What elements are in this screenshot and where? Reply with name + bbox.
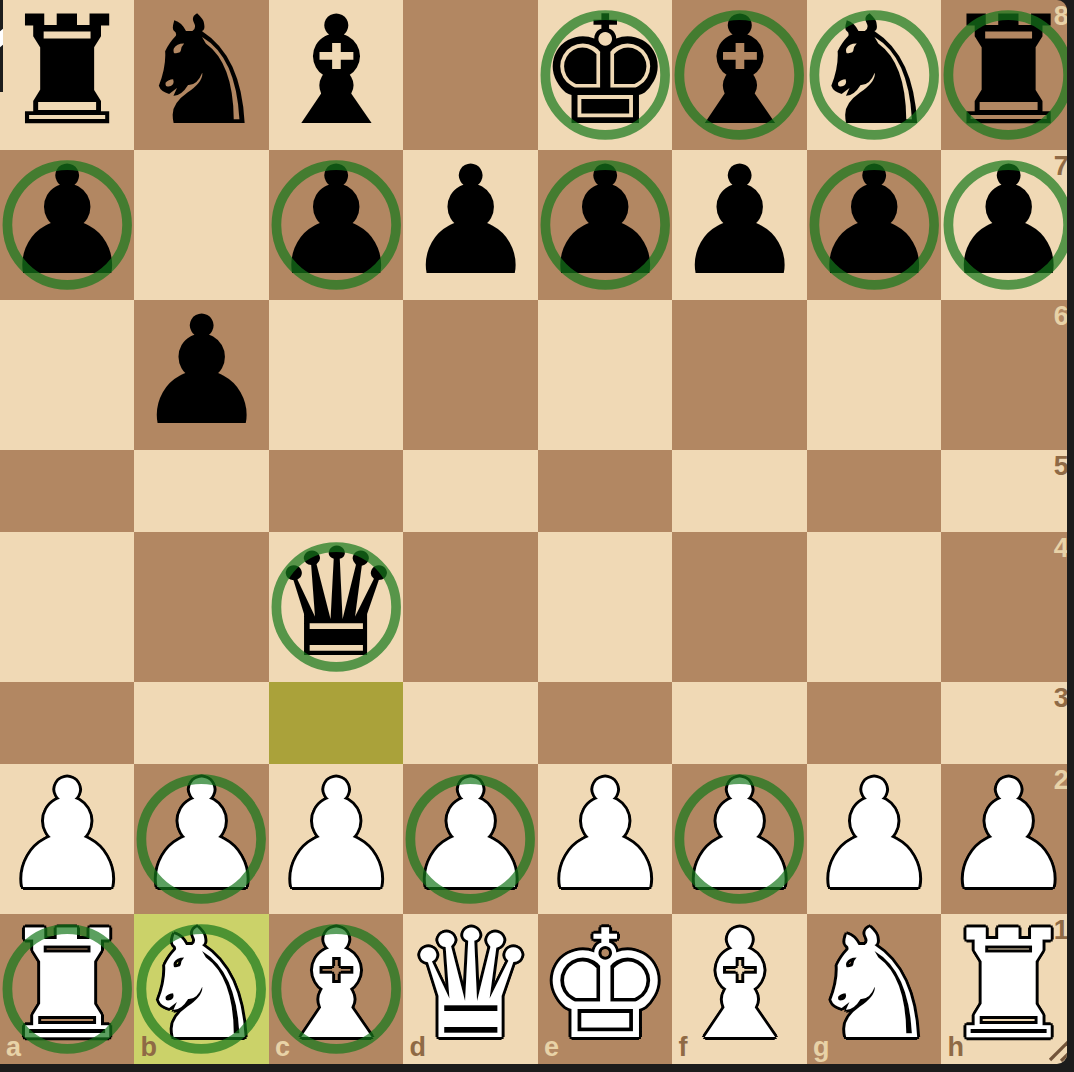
square-c2[interactable]: ♟ [269, 764, 403, 914]
square-a4[interactable] [0, 532, 134, 682]
square-h4[interactable]: 4 [941, 532, 1067, 682]
square-h6[interactable]: 6 [941, 300, 1067, 450]
white-bishop[interactable]: ♝ [269, 910, 403, 1060]
square-a5[interactable] [0, 450, 134, 532]
rank-label-5: 5 [1054, 453, 1067, 480]
square-h1[interactable]: ♜1h [941, 914, 1067, 1064]
white-bishop[interactable]: ♝ [672, 910, 806, 1060]
square-a1[interactable]: ♜a [0, 914, 134, 1064]
black-pawn[interactable]: ♟ [134, 296, 268, 446]
square-e2[interactable]: ♟ [538, 764, 672, 914]
black-pawn[interactable]: ♟ [538, 146, 672, 296]
black-pawn[interactable]: ♟ [403, 146, 537, 296]
black-bishop[interactable]: ♝ [269, 0, 403, 146]
square-f8[interactable]: ♝ [672, 0, 806, 150]
black-rook[interactable]: ♜ [941, 0, 1067, 146]
square-a8[interactable]: ♜ [0, 0, 134, 150]
black-pawn[interactable]: ♟ [807, 146, 941, 296]
screen-edge-artifact [0, 0, 3, 92]
square-c1[interactable]: ♝c [269, 914, 403, 1064]
square-e5[interactable] [538, 450, 672, 532]
square-g7[interactable]: ♟ [807, 150, 941, 300]
square-g5[interactable] [807, 450, 941, 532]
white-pawn[interactable]: ♟ [941, 760, 1067, 910]
black-pawn[interactable]: ♟ [941, 146, 1067, 296]
white-pawn[interactable]: ♟ [672, 760, 806, 910]
black-pawn[interactable]: ♟ [0, 146, 134, 296]
square-d1[interactable]: ♛d [403, 914, 537, 1064]
square-d2[interactable]: ♟ [403, 764, 537, 914]
black-king[interactable]: ♚ [538, 0, 672, 146]
square-c6[interactable] [269, 300, 403, 450]
cropped-icon-fragment [0, 29, 3, 48]
square-d6[interactable] [403, 300, 537, 450]
black-queen[interactable]: ♛ [269, 528, 403, 678]
white-pawn[interactable]: ♟ [403, 760, 537, 910]
square-h8[interactable]: ♜8 [941, 0, 1067, 150]
white-pawn[interactable]: ♟ [0, 760, 134, 910]
white-king[interactable]: ♚ [538, 910, 672, 1060]
square-h7[interactable]: ♟7 [941, 150, 1067, 300]
square-b7[interactable] [134, 150, 268, 300]
white-pawn[interactable]: ♟ [538, 760, 672, 910]
square-f1[interactable]: ♝f [672, 914, 806, 1064]
black-pawn[interactable]: ♟ [672, 146, 806, 296]
square-f5[interactable] [672, 450, 806, 532]
square-e7[interactable]: ♟ [538, 150, 672, 300]
rank-label-3: 3 [1054, 685, 1067, 712]
square-c7[interactable]: ♟ [269, 150, 403, 300]
square-b2[interactable]: ♟ [134, 764, 268, 914]
square-c4[interactable]: ♛ [269, 532, 403, 682]
square-f6[interactable] [672, 300, 806, 450]
square-g1[interactable]: ♞g [807, 914, 941, 1064]
black-knight[interactable]: ♞ [134, 0, 268, 146]
square-a7[interactable]: ♟ [0, 150, 134, 300]
square-d5[interactable] [403, 450, 537, 532]
square-b6[interactable]: ♟ [134, 300, 268, 450]
white-queen[interactable]: ♛ [403, 910, 537, 1060]
square-f4[interactable] [672, 532, 806, 682]
square-d7[interactable]: ♟ [403, 150, 537, 300]
square-e8[interactable]: ♚ [538, 0, 672, 150]
square-c8[interactable]: ♝ [269, 0, 403, 150]
square-a6[interactable] [0, 300, 134, 450]
square-b1[interactable]: ♞b [134, 914, 268, 1064]
white-knight[interactable]: ♞ [807, 910, 941, 1060]
square-d4[interactable] [403, 532, 537, 682]
white-pawn[interactable]: ♟ [807, 760, 941, 910]
black-pawn[interactable]: ♟ [269, 146, 403, 296]
square-b8[interactable]: ♞ [134, 0, 268, 150]
black-rook[interactable]: ♜ [0, 0, 134, 146]
square-g6[interactable] [807, 300, 941, 450]
rank-label-4: 4 [1054, 535, 1067, 562]
square-d8[interactable] [403, 0, 537, 150]
square-f7[interactable]: ♟ [672, 150, 806, 300]
square-h5[interactable]: 5 [941, 450, 1067, 532]
black-knight[interactable]: ♞ [807, 0, 941, 146]
square-g8[interactable]: ♞ [807, 0, 941, 150]
square-g2[interactable]: ♟ [807, 764, 941, 914]
square-g4[interactable] [807, 532, 941, 682]
square-b4[interactable] [134, 532, 268, 682]
square-e1[interactable]: ♚e [538, 914, 672, 1064]
square-a2[interactable]: ♟ [0, 764, 134, 914]
square-e6[interactable] [538, 300, 672, 450]
square-h2[interactable]: ♟2 [941, 764, 1067, 914]
chess-board: ♜♞♝♚♝♞♜8♟♟♟♟♟♟♟7♟65♛43♟♟♟♟♟♟♟♟2♜a♞b♝c♛d♚… [0, 0, 1067, 1064]
square-e4[interactable] [538, 532, 672, 682]
board-resize-handle[interactable] [1046, 1036, 1067, 1062]
white-rook[interactable]: ♜ [0, 910, 134, 1060]
square-b5[interactable] [134, 450, 268, 532]
square-f2[interactable]: ♟ [672, 764, 806, 914]
white-pawn[interactable]: ♟ [269, 760, 403, 910]
black-bishop[interactable]: ♝ [672, 0, 806, 146]
white-knight[interactable]: ♞ [134, 910, 268, 1060]
white-pawn[interactable]: ♟ [134, 760, 268, 910]
